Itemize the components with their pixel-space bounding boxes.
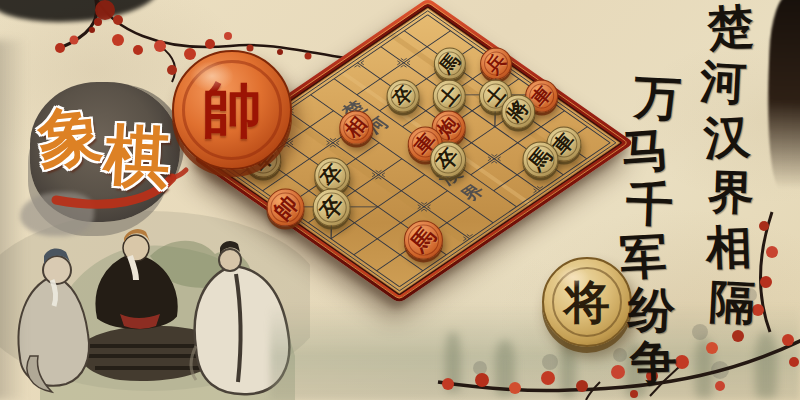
xiangqi-piece-black[interactable]: 卒 [313,189,351,227]
xiangqi-piece-black[interactable]: 卒 [387,79,420,112]
calligraphy-char: 万 [633,73,683,128]
piece-glyph: 帥 [270,192,301,223]
calligraphy-char: 相 [705,223,753,280]
piece-glyph: 卒 [316,192,347,223]
calligraphy-char: 千 [625,179,674,234]
decor-black-general-piece: 将 [542,257,632,347]
decor-red-general-glyph: 帥 [202,80,262,140]
xiangqi-piece-black[interactable]: 馬 [434,48,466,80]
calligraphy-char: 界 [707,168,755,225]
piece-glyph: 卒 [433,145,463,175]
xiangqi-piece-black[interactable]: 士 [433,79,466,112]
pine-silhouette [445,332,461,392]
calligraphy-char: 马 [620,125,671,181]
piece-glyph: 馬 [526,145,556,175]
calligraphy-right-column: 楚河汉界相隔 [706,4,752,334]
piece-glyph: 馬 [407,223,439,255]
right-ink-streak [765,0,800,190]
decor-black-general-glyph: 将 [564,279,610,325]
logo-char-xiang: 象 [34,91,107,184]
calligraphy-char: 河 [699,58,748,115]
top-ink-band [0,0,160,22]
pine-silhouette [755,332,777,398]
decor-red-general-piece: 帥 [172,50,292,170]
piece-glyph: 將 [504,98,532,126]
piece-glyph: 相 [342,114,370,142]
piece-glyph: 馬 [437,51,463,77]
piece-glyph: 卒 [317,161,347,191]
xiangqi-piece-black[interactable]: 卒 [430,142,466,178]
calligraphy-char: 争 [629,338,678,393]
logo-char-qi: 棋 [102,110,173,203]
calligraphy-char: 隔 [708,278,757,335]
piece-glyph: 卒 [390,82,417,109]
calligraphy-char: 楚 [706,2,756,60]
poster-canvas: 楚 河 漢 界 兵車炮車相馬帥馬士將車士馬卒卒卒卒車 象 [0,0,800,400]
pine-silhouette [560,336,576,398]
xiangqi-piece-red[interactable]: 馬 [404,220,443,259]
xiangqi-piece-red[interactable]: 相 [339,111,373,145]
calligraphy-char: 汉 [703,113,752,170]
xiangqi-piece-black[interactable]: 馬 [522,142,558,178]
piece-glyph: 兵 [483,51,509,77]
calligraphy-char: 军 [619,232,669,287]
pine-silhouette [695,338,713,398]
xiangqi-piece-red[interactable]: 帥 [266,189,304,227]
xiangqi-piece-black[interactable]: 將 [501,95,535,129]
pine-silhouette [495,340,515,396]
ink-splash [20,192,94,236]
xiangqi-piece-red[interactable]: 兵 [480,48,512,80]
piece-glyph: 士 [436,82,463,109]
calligraphy-left-column: 万马千军纷争 [626,74,673,392]
calligraphy-char: 纷 [627,285,677,340]
